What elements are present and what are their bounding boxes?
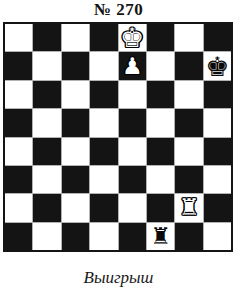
square-d3 xyxy=(90,166,117,193)
square-a8 xyxy=(5,24,32,51)
square-h1 xyxy=(204,223,231,250)
puzzle-caption: Выигрыш xyxy=(0,267,237,289)
chess-board-frame: ♚♟♚♜♜ xyxy=(3,22,233,252)
square-e7: ♟ xyxy=(119,52,146,79)
square-b5 xyxy=(33,109,60,136)
puzzle-number-title: № 270 xyxy=(0,0,237,20)
square-h3 xyxy=(204,166,231,193)
square-f3 xyxy=(147,166,174,193)
square-c3 xyxy=(62,166,89,193)
square-a5 xyxy=(5,109,32,136)
square-c4 xyxy=(62,138,89,165)
square-d5 xyxy=(90,109,117,136)
square-c2 xyxy=(62,194,89,221)
square-f1: ♜ xyxy=(147,223,174,250)
square-b8 xyxy=(33,24,60,51)
square-g2: ♜ xyxy=(175,194,202,221)
square-f7 xyxy=(147,52,174,79)
chess-board: ♚♟♚♜♜ xyxy=(5,24,231,250)
black-rook-piece: ♜ xyxy=(150,225,171,248)
chess-puzzle-page: № 270 ♚♟♚♜♜ Выигрыш xyxy=(0,0,237,295)
square-g6 xyxy=(175,81,202,108)
square-a3 xyxy=(5,166,32,193)
square-d4 xyxy=(90,138,117,165)
square-d8 xyxy=(90,24,117,51)
square-h8 xyxy=(204,24,231,51)
white-rook-piece: ♜ xyxy=(179,196,200,219)
square-f2 xyxy=(147,194,174,221)
black-king-piece: ♚ xyxy=(205,53,229,80)
square-a7 xyxy=(5,52,32,79)
square-e2 xyxy=(119,194,146,221)
square-g5 xyxy=(175,109,202,136)
square-f4 xyxy=(147,138,174,165)
square-c5 xyxy=(62,109,89,136)
white-king-piece: ♚ xyxy=(120,24,144,51)
square-b3 xyxy=(33,166,60,193)
square-d1 xyxy=(90,223,117,250)
square-g1 xyxy=(175,223,202,250)
square-e5 xyxy=(119,109,146,136)
square-b2 xyxy=(33,194,60,221)
square-e8: ♚ xyxy=(119,24,146,51)
square-h5 xyxy=(204,109,231,136)
square-c7 xyxy=(62,52,89,79)
square-h2 xyxy=(204,194,231,221)
square-d7 xyxy=(90,52,117,79)
square-f6 xyxy=(147,81,174,108)
white-pawn-piece: ♟ xyxy=(122,55,143,78)
square-g7 xyxy=(175,52,202,79)
square-a2 xyxy=(5,194,32,221)
square-c6 xyxy=(62,81,89,108)
square-e4 xyxy=(119,138,146,165)
square-e6 xyxy=(119,81,146,108)
square-e3 xyxy=(119,166,146,193)
square-g8 xyxy=(175,24,202,51)
square-f5 xyxy=(147,109,174,136)
square-e1 xyxy=(119,223,146,250)
square-d2 xyxy=(90,194,117,221)
square-b4 xyxy=(33,138,60,165)
square-g3 xyxy=(175,166,202,193)
square-d6 xyxy=(90,81,117,108)
square-a6 xyxy=(5,81,32,108)
square-h4 xyxy=(204,138,231,165)
square-h6 xyxy=(204,81,231,108)
square-b1 xyxy=(33,223,60,250)
square-b7 xyxy=(33,52,60,79)
square-g4 xyxy=(175,138,202,165)
square-h7: ♚ xyxy=(204,52,231,79)
square-b6 xyxy=(33,81,60,108)
square-c8 xyxy=(62,24,89,51)
square-c1 xyxy=(62,223,89,250)
square-a4 xyxy=(5,138,32,165)
square-f8 xyxy=(147,24,174,51)
square-a1 xyxy=(5,223,32,250)
